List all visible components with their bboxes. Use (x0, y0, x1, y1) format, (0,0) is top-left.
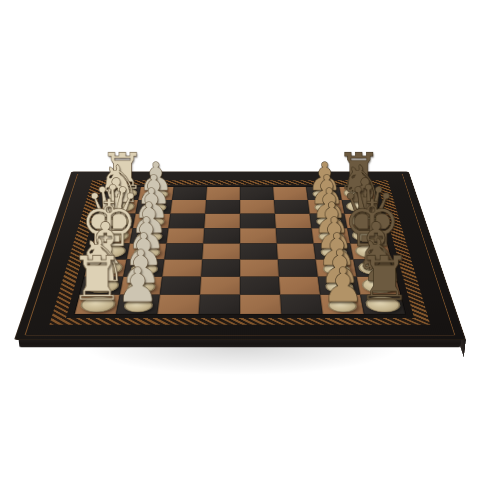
product-photo-scene: ♜♟♟♜♞♟♟♞♝♟♟♝♛♟♟♛♚♟♟♚♝♟♟♝♞♟♟♞♜♟♟♜ (0, 0, 480, 480)
square (275, 214, 312, 228)
chessboard-perspective-wrap: ♜♟♟♜♞♟♟♞♝♟♟♝♛♟♟♛♚♟♟♚♝♟♟♝♞♟♟♞♜♟♟♜ (14, 0, 466, 340)
square (157, 295, 200, 314)
square (240, 277, 280, 295)
square: ♜ (75, 295, 120, 314)
black-rook: ♜ (356, 248, 411, 309)
square (279, 277, 320, 295)
square (273, 187, 308, 200)
square (240, 295, 281, 314)
square (168, 214, 205, 228)
square (240, 243, 278, 259)
square (200, 277, 240, 295)
square: ♟ (116, 295, 160, 314)
square (240, 228, 277, 243)
square (277, 243, 316, 259)
board-squares: ♜♟♟♜♞♟♟♞♝♟♟♝♛♟♟♛♚♟♟♚♝♟♟♝♞♟♟♞♜♟♟♜ (75, 187, 406, 314)
chessboard: ♜♟♟♜♞♟♟♞♝♟♟♝♛♟♟♛♚♟♟♚♝♟♟♝♞♟♟♞♜♟♟♜ (14, 171, 466, 340)
square (172, 187, 207, 200)
white-pawn: ♟ (116, 262, 159, 310)
square (204, 214, 240, 228)
square (206, 187, 240, 200)
square (167, 228, 205, 243)
square (202, 243, 240, 259)
square (280, 295, 323, 314)
square: ♜ (360, 295, 405, 314)
square (240, 200, 275, 214)
square (274, 200, 310, 214)
square (205, 200, 240, 214)
square (160, 277, 201, 295)
square (164, 243, 203, 259)
square (199, 295, 240, 314)
square (203, 228, 240, 243)
square (240, 214, 276, 228)
square (170, 200, 206, 214)
square (240, 187, 274, 200)
square (276, 228, 314, 243)
